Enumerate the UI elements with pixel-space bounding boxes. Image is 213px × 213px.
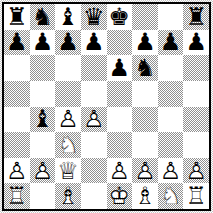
square-e1[interactable]: ♚♔	[107, 183, 133, 209]
white-pawn-piece: ♟♙	[81, 107, 107, 133]
square-a5[interactable]	[4, 81, 30, 107]
square-c4[interactable]: ♟♙	[55, 107, 81, 133]
square-a4[interactable]	[4, 107, 30, 133]
black-pawn-piece: ♟	[4, 30, 30, 56]
black-pawn-piece: ♟	[132, 30, 158, 56]
square-g1[interactable]: ♞♘	[158, 183, 184, 209]
square-f4[interactable]	[132, 107, 158, 133]
square-a1[interactable]: ♜♖	[4, 183, 30, 209]
square-e2[interactable]: ♟♙	[107, 158, 133, 184]
black-pawn-piece: ♟	[81, 30, 107, 56]
square-d1[interactable]	[81, 183, 107, 209]
square-h6[interactable]	[183, 55, 209, 81]
square-h3[interactable]	[183, 132, 209, 158]
square-c7[interactable]: ♟	[55, 30, 81, 56]
white-bishop-piece: ♝♗	[55, 183, 81, 209]
square-b1[interactable]	[30, 183, 56, 209]
square-a2[interactable]: ♟♙	[4, 158, 30, 184]
square-e3[interactable]	[107, 132, 133, 158]
square-a3[interactable]	[4, 132, 30, 158]
white-pawn-piece: ♟♙	[30, 158, 56, 184]
square-c6[interactable]	[55, 55, 81, 81]
square-e7[interactable]	[107, 30, 133, 56]
white-rook-piece: ♜♖	[4, 183, 30, 209]
square-a6[interactable]	[4, 55, 30, 81]
square-g8[interactable]	[158, 4, 184, 30]
square-f6[interactable]: ♞	[132, 55, 158, 81]
square-c2[interactable]: ♛♕	[55, 158, 81, 184]
square-e5[interactable]	[107, 81, 133, 107]
white-pawn-piece: ♟♙	[107, 158, 133, 184]
square-d4[interactable]: ♟♙	[81, 107, 107, 133]
square-e8[interactable]: ♚	[107, 4, 133, 30]
square-h7[interactable]: ♟	[183, 30, 209, 56]
square-f2[interactable]: ♟♙	[132, 158, 158, 184]
square-g6[interactable]	[158, 55, 184, 81]
square-g3[interactable]	[158, 132, 184, 158]
black-pawn-piece: ♟	[183, 30, 209, 56]
white-pawn-piece: ♟♙	[158, 158, 184, 184]
white-pawn-piece: ♟♙	[4, 158, 30, 184]
black-pawn-piece: ♟	[158, 30, 184, 56]
white-bishop-piece: ♝♗	[132, 183, 158, 209]
square-b5[interactable]	[30, 81, 56, 107]
white-pawn-piece: ♟♙	[132, 158, 158, 184]
square-g2[interactable]: ♟♙	[158, 158, 184, 184]
black-rook-piece: ♜	[4, 4, 30, 30]
square-b7[interactable]: ♟	[30, 30, 56, 56]
square-d2[interactable]	[81, 158, 107, 184]
square-h1[interactable]: ♜♖	[183, 183, 209, 209]
square-f5[interactable]	[132, 81, 158, 107]
square-h8[interactable]: ♜	[183, 4, 209, 30]
square-c5[interactable]	[55, 81, 81, 107]
square-e6[interactable]: ♟	[107, 55, 133, 81]
black-pawn-piece: ♟	[30, 30, 56, 56]
square-f7[interactable]: ♟	[132, 30, 158, 56]
square-a7[interactable]: ♟	[4, 30, 30, 56]
square-b4[interactable]: ♝	[30, 107, 56, 133]
square-b8[interactable]: ♞	[30, 4, 56, 30]
square-d6[interactable]	[81, 55, 107, 81]
square-g7[interactable]: ♟	[158, 30, 184, 56]
white-queen-piece: ♛♕	[55, 158, 81, 184]
black-knight-piece: ♞	[132, 55, 158, 81]
chess-board: ♜♞♝♛♚♜♟♟♟♟♟♟♟♟♞♝♟♙♟♙♞♘♟♙♟♙♛♕♟♙♟♙♟♙♟♙♜♖♝♗…	[2, 2, 211, 211]
square-d8[interactable]: ♛	[81, 4, 107, 30]
square-d7[interactable]: ♟	[81, 30, 107, 56]
white-king-piece: ♚♔	[107, 183, 133, 209]
square-h4[interactable]	[183, 107, 209, 133]
black-rook-piece: ♜	[183, 4, 209, 30]
white-pawn-piece: ♟♙	[55, 107, 81, 133]
chess-diagram: ♜♞♝♛♚♜♟♟♟♟♟♟♟♟♞♝♟♙♟♙♞♘♟♙♟♙♛♕♟♙♟♙♟♙♟♙♜♖♝♗…	[0, 0, 213, 213]
square-a8[interactable]: ♜	[4, 4, 30, 30]
square-d5[interactable]	[81, 81, 107, 107]
square-c1[interactable]: ♝♗	[55, 183, 81, 209]
white-rook-piece: ♜♖	[183, 183, 209, 209]
square-f3[interactable]	[132, 132, 158, 158]
white-knight-piece: ♞♘	[55, 132, 81, 158]
square-b2[interactable]: ♟♙	[30, 158, 56, 184]
square-b3[interactable]	[30, 132, 56, 158]
black-pawn-piece: ♟	[107, 55, 133, 81]
square-g5[interactable]	[158, 81, 184, 107]
square-g4[interactable]	[158, 107, 184, 133]
black-pawn-piece: ♟	[55, 30, 81, 56]
square-f8[interactable]	[132, 4, 158, 30]
black-bishop-piece: ♝	[30, 107, 56, 133]
square-b6[interactable]	[30, 55, 56, 81]
square-c8[interactable]: ♝	[55, 4, 81, 30]
square-f1[interactable]: ♝♗	[132, 183, 158, 209]
white-knight-piece: ♞♘	[158, 183, 184, 209]
square-c3[interactable]: ♞♘	[55, 132, 81, 158]
square-h2[interactable]: ♟♙	[183, 158, 209, 184]
black-king-piece: ♚	[107, 4, 133, 30]
square-d3[interactable]	[81, 132, 107, 158]
white-pawn-piece: ♟♙	[183, 158, 209, 184]
black-queen-piece: ♛	[81, 4, 107, 30]
black-bishop-piece: ♝	[55, 4, 81, 30]
black-knight-piece: ♞	[30, 4, 56, 30]
square-h5[interactable]	[183, 81, 209, 107]
square-e4[interactable]	[107, 107, 133, 133]
